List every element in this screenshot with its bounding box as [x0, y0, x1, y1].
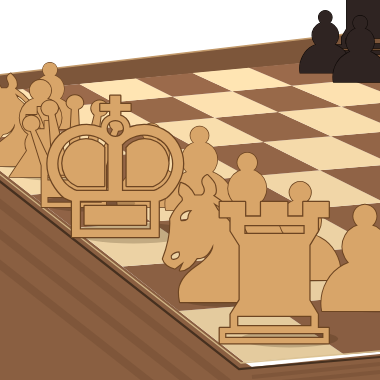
chessboard: ♜♟♟♟♞♝♟♛♟♚♟♟♞♟♜ [0, 0, 380, 380]
chessboard-photo: ♜♟♟♟♞♝♟♛♟♚♟♟♞♟♜ [0, 0, 380, 380]
white-rook-a1[interactable]: ♜ [188, 164, 361, 380]
black-pawn-g7[interactable]: ♟ [320, 0, 380, 103]
